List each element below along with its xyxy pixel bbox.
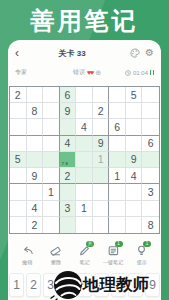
cell-r9c5[interactable] [76, 217, 93, 233]
cell-r3c2[interactable] [27, 119, 44, 135]
cell-r6c4[interactable]: 2 [60, 168, 77, 184]
banner-title: 善用笔记 [0, 5, 169, 37]
cell-r4c4[interactable]: 4 [60, 136, 77, 152]
cell-r1c2[interactable] [27, 87, 44, 103]
cell-r9c8[interactable] [126, 217, 143, 233]
cell-r2c9[interactable] [142, 103, 159, 119]
level-title: 关卡 33 [19, 48, 125, 59]
cell-r8c6[interactable] [93, 201, 110, 217]
cell-r7c7[interactable] [109, 184, 126, 200]
numpad-key-8[interactable]: 8 [128, 273, 143, 297]
cell-digit: 9 [98, 137, 104, 149]
cell-r4c8[interactable] [126, 136, 143, 152]
tool-label: 提示 [137, 259, 147, 265]
app-screen: 善用笔记 ‹ 关卡 33 ⚙ 专家 错误 ♥♥ ⊕ [0, 0, 169, 300]
app-bar: ‹ 关卡 33 ⚙ [15, 46, 154, 60]
cell-r8c2[interactable]: 4 [27, 201, 44, 217]
cell-r4c3[interactable] [43, 136, 60, 152]
add-heart-icon[interactable]: ⊕ [95, 69, 101, 76]
cell-r7c9[interactable]: 3 [142, 184, 159, 200]
cell-r2c1[interactable] [10, 103, 27, 119]
clock-icon [125, 70, 131, 76]
cell-r6c3[interactable] [43, 168, 60, 184]
cell-digit: 9 [131, 153, 137, 165]
cell-digit: 2 [15, 89, 21, 101]
cell-r1c8[interactable]: 5 [126, 87, 143, 103]
cell-r7c1[interactable] [10, 184, 27, 200]
cell-r9c1[interactable] [10, 217, 27, 233]
cell-r8c4[interactable]: 3 [60, 201, 77, 217]
tool-label: 笔记 [79, 259, 89, 265]
mistakes-label: 错误 [73, 68, 85, 77]
cell-r1c9[interactable] [142, 87, 159, 103]
tool-badge: 1 [143, 241, 151, 247]
mistakes-group: 错误 ♥♥ ⊕ [49, 68, 125, 77]
cell-digit: 6 [65, 89, 71, 101]
cell-r3c8[interactable] [126, 119, 143, 135]
cell-r2c2[interactable]: 8 [27, 103, 44, 119]
cell-r1c4[interactable]: 6 [60, 87, 77, 103]
cell-r8c8[interactable] [126, 201, 143, 217]
cell-r6c5[interactable] [76, 168, 93, 184]
cell-r5c8[interactable]: 9 [126, 152, 143, 168]
cell-r6c6[interactable] [93, 168, 110, 184]
cell-digit: 1 [98, 153, 104, 165]
cell-r3c7[interactable]: 6 [109, 119, 126, 135]
cell-r1c6[interactable] [93, 87, 110, 103]
cell-r8c5[interactable]: 1 [76, 201, 93, 217]
cell-r8c9[interactable] [142, 201, 159, 217]
toolbar: 撤销擦除关笔记1一键笔记1提示 [13, 243, 156, 268]
numpad-key-7[interactable]: 7 [111, 273, 126, 297]
cell-r3c3[interactable] [43, 119, 60, 135]
number-pad: 123456789 [9, 273, 160, 297]
cell-r5c1[interactable]: 5 [10, 152, 27, 168]
cell-r4c5[interactable] [76, 136, 93, 152]
tool-badge: 1 [115, 241, 123, 247]
cell-digit: 4 [31, 202, 37, 214]
cell-r5c5[interactable] [76, 152, 93, 168]
cell-r7c6[interactable] [93, 184, 110, 200]
cell-r5c3[interactable] [43, 152, 60, 168]
tool-badge: 关 [86, 241, 94, 247]
cell-r2c8[interactable] [126, 103, 143, 119]
cell-r4c1[interactable] [10, 136, 27, 152]
cell-r5c4[interactable]: 78 [60, 152, 77, 168]
cell-r9c9[interactable]: 8 [142, 217, 159, 233]
cell-r2c5[interactable] [76, 103, 93, 119]
cell-r3c9[interactable] [142, 119, 159, 135]
cell-digit: 9 [65, 105, 71, 117]
tool-label: 擦除 [51, 259, 61, 265]
tool-label: 撤销 [22, 259, 32, 265]
cell-r6c7[interactable]: 1 [109, 168, 126, 184]
cell-r1c5[interactable] [76, 87, 93, 103]
cell-digit: 8 [148, 219, 154, 231]
timer-group: 01:04 [125, 70, 154, 76]
cell-r1c7[interactable] [109, 87, 126, 103]
timer-value: 01:04 [133, 70, 148, 76]
cell-r5c7[interactable] [109, 152, 126, 168]
cell-r7c3[interactable]: 1 [43, 184, 60, 200]
cell-r7c4[interactable] [60, 184, 77, 200]
cell-r2c4[interactable]: 9 [60, 103, 77, 119]
cell-r4c9[interactable]: 6 [142, 136, 159, 152]
tool-undo[interactable]: 撤销 [13, 243, 42, 268]
tool-pencil[interactable]: 关笔记 [70, 243, 99, 268]
cell-digit: 3 [148, 186, 154, 198]
cell-digit: 9 [31, 170, 37, 182]
sudoku-board: 265892464965781992141343128 [9, 86, 160, 234]
cell-r6c2[interactable]: 9 [27, 168, 44, 184]
cell-r5c2[interactable] [27, 152, 44, 168]
cell-r3c6[interactable] [93, 119, 110, 135]
cell-digit: 5 [15, 153, 21, 165]
cell-digit: 2 [98, 105, 104, 117]
cell-r8c7[interactable] [109, 201, 126, 217]
cell-r9c2[interactable]: 2 [27, 217, 44, 233]
gear-icon[interactable]: ⚙ [145, 48, 154, 58]
hearts-icons: ♥♥ [87, 69, 93, 76]
cell-digit: 4 [131, 170, 137, 182]
palette-icon[interactable] [130, 48, 140, 58]
cell-r1c3[interactable] [43, 87, 60, 103]
cell-digit: 6 [114, 121, 120, 133]
cell-r6c9[interactable] [142, 168, 159, 184]
pause-button[interactable] [150, 70, 154, 75]
cell-r5c9[interactable] [142, 152, 159, 168]
cell-r6c1[interactable] [10, 168, 27, 184]
cell-digit: 2 [65, 170, 71, 182]
cell-r3c4[interactable] [60, 119, 77, 135]
cell-digit: 6 [148, 137, 154, 149]
cell-r1c1[interactable]: 2 [10, 87, 27, 103]
numpad-key-5[interactable]: 5 [77, 273, 92, 297]
cell-r3c5[interactable]: 4 [76, 119, 93, 135]
numpad-key-4[interactable]: 4 [60, 273, 75, 297]
tool-lightbulb[interactable]: 1提示 [127, 243, 156, 268]
cell-r7c5[interactable] [76, 184, 93, 200]
tool-auto-notes[interactable]: 1一键笔记 [99, 243, 128, 268]
tool-label: 一键笔记 [103, 259, 123, 265]
numpad-key-6[interactable]: 6 [94, 273, 109, 297]
undo-icon [21, 243, 34, 257]
cell-r2c7[interactable] [109, 103, 126, 119]
cell-digit: 5 [131, 89, 137, 101]
numpad-key-2[interactable]: 2 [26, 273, 41, 297]
game-card: ‹ 关卡 33 ⚙ 专家 错误 ♥♥ ⊕ [8, 40, 161, 300]
cell-r7c8[interactable] [126, 184, 143, 200]
cell-r3c1[interactable] [10, 119, 27, 135]
cell-r5c6[interactable]: 1 [93, 152, 110, 168]
numpad-key-9[interactable]: 9 [145, 273, 160, 297]
cell-r9c3[interactable] [43, 217, 60, 233]
cell-r8c1[interactable] [10, 201, 27, 217]
cell-r9c4[interactable] [60, 217, 77, 233]
cell-digit: 4 [81, 121, 87, 133]
cell-r8c3[interactable] [43, 201, 60, 217]
eraser-icon [49, 243, 62, 257]
pencil-notes: 78 [62, 161, 69, 166]
cell-r9c6[interactable] [93, 217, 110, 233]
cell-r4c7[interactable] [109, 136, 126, 152]
cell-digit: 1 [81, 202, 87, 214]
cell-r9c7[interactable] [109, 217, 126, 233]
cell-digit: 1 [114, 170, 120, 182]
cell-r7c2[interactable] [27, 184, 44, 200]
tool-eraser[interactable]: 擦除 [42, 243, 71, 268]
cell-digit: 2 [31, 219, 37, 231]
status-bar: 专家 错误 ♥♥ ⊕ 01:04 [15, 67, 154, 78]
cell-digit: 1 [48, 186, 54, 198]
numpad-key-3[interactable]: 3 [43, 273, 58, 297]
cell-digit: 4 [65, 137, 71, 149]
cell-r2c6[interactable]: 2 [93, 103, 110, 119]
numpad-key-1[interactable]: 1 [9, 273, 24, 297]
cell-r4c6[interactable]: 9 [93, 136, 110, 152]
cell-r2c3[interactable] [43, 103, 60, 119]
cell-digit: 3 [65, 202, 71, 214]
cell-digit: 8 [31, 105, 37, 117]
cell-r4c2[interactable] [27, 136, 44, 152]
cell-r6c8[interactable]: 4 [126, 168, 143, 184]
difficulty-label: 专家 [15, 68, 49, 77]
